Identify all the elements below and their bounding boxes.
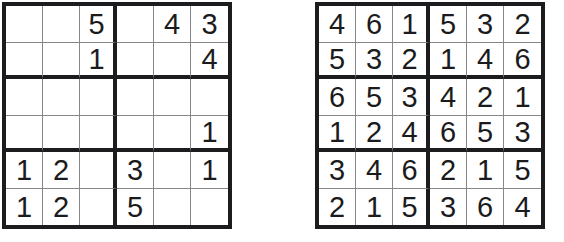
- puzzle-cell-r4c6[interactable]: 1: [191, 116, 228, 153]
- puzzle-cell-r6c6[interactable]: [191, 189, 228, 226]
- solution-cell-r4c5: 5: [467, 116, 504, 153]
- puzzle-cell-r3c6[interactable]: [191, 79, 228, 116]
- puzzle-cell-r2c6[interactable]: 4: [191, 43, 228, 80]
- solution-grid: 461532532146653421124653346215215364: [315, 2, 545, 229]
- solution-cell-r2c5: 4: [467, 43, 504, 80]
- solution-cell-r4c6: 3: [504, 116, 541, 153]
- puzzle-cell-r6c1[interactable]: 1: [6, 189, 43, 226]
- puzzle-cell-r6c2[interactable]: 2: [43, 189, 80, 226]
- puzzle-cell-r3c3[interactable]: [80, 79, 117, 116]
- solution-cell-r6c6: 4: [504, 189, 541, 226]
- solution-cell-r1c5: 3: [467, 6, 504, 43]
- solution-cell-r3c2: 5: [356, 79, 393, 116]
- puzzle-cell-r6c4[interactable]: 5: [117, 189, 154, 226]
- solution-cell-r2c1: 5: [319, 43, 356, 80]
- solution-cell-r5c3: 6: [393, 152, 430, 189]
- puzzle-cell-r1c1[interactable]: [6, 6, 43, 43]
- puzzle-cell-r6c3[interactable]: [80, 189, 117, 226]
- solution-cell-r6c3: 5: [393, 189, 430, 226]
- puzzle-cell-r5c4[interactable]: 3: [117, 152, 154, 189]
- puzzle-cell-r3c2[interactable]: [43, 79, 80, 116]
- solution-cell-r1c3: 1: [393, 6, 430, 43]
- puzzle-cell-r4c1[interactable]: [6, 116, 43, 153]
- puzzle-cell-r5c3[interactable]: [80, 152, 117, 189]
- solution-cell-r2c6: 6: [504, 43, 541, 80]
- puzzle-cell-r1c4[interactable]: [117, 6, 154, 43]
- sudoku-boards: 5431411231125 46153253214665342112465334…: [0, 0, 564, 229]
- solution-cell-r5c2: 4: [356, 152, 393, 189]
- solution-cell-r4c2: 2: [356, 116, 393, 153]
- puzzle-cell-r3c1[interactable]: [6, 79, 43, 116]
- solution-cell-r1c4: 5: [430, 6, 467, 43]
- puzzle-cell-r2c3[interactable]: 1: [80, 43, 117, 80]
- puzzle-cell-r4c2[interactable]: [43, 116, 80, 153]
- solution-cell-r2c3: 2: [393, 43, 430, 80]
- puzzle-cell-r4c3[interactable]: [80, 116, 117, 153]
- puzzle-cell-r4c5[interactable]: [154, 116, 191, 153]
- puzzle-cell-r1c3[interactable]: 5: [80, 6, 117, 43]
- solution-cell-r5c1: 3: [319, 152, 356, 189]
- solution-cell-r3c6: 1: [504, 79, 541, 116]
- solution-cell-r4c4: 6: [430, 116, 467, 153]
- puzzle-cell-r3c4[interactable]: [117, 79, 154, 116]
- puzzle-cell-r2c1[interactable]: [6, 43, 43, 80]
- puzzle-cell-r1c2[interactable]: [43, 6, 80, 43]
- solution-cell-r1c6: 2: [504, 6, 541, 43]
- puzzle-grid: 5431411231125: [2, 2, 232, 229]
- solution-cell-r6c4: 3: [430, 189, 467, 226]
- puzzle-cell-r5c2[interactable]: 2: [43, 152, 80, 189]
- puzzle-cell-r2c5[interactable]: [154, 43, 191, 80]
- solution-cell-r3c5: 2: [467, 79, 504, 116]
- puzzle-cell-r5c1[interactable]: 1: [6, 152, 43, 189]
- puzzle-cell-r3c5[interactable]: [154, 79, 191, 116]
- solution-cell-r3c1: 6: [319, 79, 356, 116]
- puzzle-cell-r2c2[interactable]: [43, 43, 80, 80]
- solution-cell-r5c6: 5: [504, 152, 541, 189]
- puzzle-cell-r5c5[interactable]: [154, 152, 191, 189]
- solution-cell-r3c4: 4: [430, 79, 467, 116]
- solution-cell-r4c3: 4: [393, 116, 430, 153]
- puzzle-cell-r1c6[interactable]: 3: [191, 6, 228, 43]
- solution-cell-r5c4: 2: [430, 152, 467, 189]
- puzzle-cell-r2c4[interactable]: [117, 43, 154, 80]
- puzzle-cell-r5c6[interactable]: 1: [191, 152, 228, 189]
- solution-cell-r2c4: 1: [430, 43, 467, 80]
- solution-cell-r5c5: 1: [467, 152, 504, 189]
- puzzle-cell-r1c5[interactable]: 4: [154, 6, 191, 43]
- solution-cell-r3c3: 3: [393, 79, 430, 116]
- solution-cell-r6c1: 2: [319, 189, 356, 226]
- solution-cell-r6c5: 6: [467, 189, 504, 226]
- solution-cell-r2c2: 3: [356, 43, 393, 80]
- puzzle-cell-r6c5[interactable]: [154, 189, 191, 226]
- solution-cell-r6c2: 1: [356, 189, 393, 226]
- solution-cell-r4c1: 1: [319, 116, 356, 153]
- solution-cell-r1c2: 6: [356, 6, 393, 43]
- solution-cell-r1c1: 4: [319, 6, 356, 43]
- puzzle-cell-r4c4[interactable]: [117, 116, 154, 153]
